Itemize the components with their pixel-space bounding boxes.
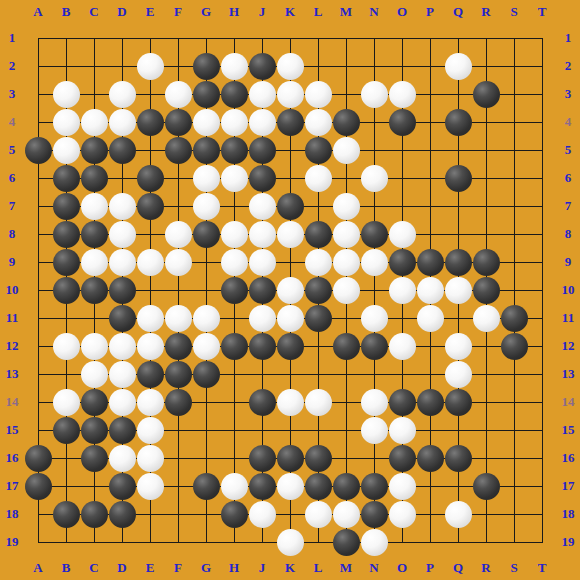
intersection-N1[interactable] xyxy=(360,24,388,52)
intersection-O11[interactable] xyxy=(388,304,416,332)
intersection-O9[interactable] xyxy=(388,248,416,276)
intersection-K15[interactable] xyxy=(276,416,304,444)
intersection-J2[interactable] xyxy=(248,52,276,80)
intersection-T16[interactable] xyxy=(528,444,556,472)
intersection-L3[interactable] xyxy=(304,80,332,108)
intersection-M11[interactable] xyxy=(332,304,360,332)
intersection-O17[interactable] xyxy=(388,472,416,500)
intersection-F4[interactable] xyxy=(164,108,192,136)
intersection-D17[interactable] xyxy=(108,472,136,500)
intersection-J9[interactable] xyxy=(248,248,276,276)
intersection-B13[interactable] xyxy=(52,360,80,388)
intersection-C9[interactable] xyxy=(80,248,108,276)
intersection-R2[interactable] xyxy=(472,52,500,80)
intersection-E7[interactable] xyxy=(136,192,164,220)
intersection-G16[interactable] xyxy=(192,444,220,472)
intersection-R5[interactable] xyxy=(472,136,500,164)
intersection-D3[interactable] xyxy=(108,80,136,108)
intersection-C2[interactable] xyxy=(80,52,108,80)
intersection-B17[interactable] xyxy=(52,472,80,500)
intersection-B7[interactable] xyxy=(52,192,80,220)
intersection-S6[interactable] xyxy=(500,164,528,192)
intersection-C17[interactable] xyxy=(80,472,108,500)
intersection-Q1[interactable] xyxy=(444,24,472,52)
intersection-E17[interactable] xyxy=(136,472,164,500)
intersection-P1[interactable] xyxy=(416,24,444,52)
intersection-N9[interactable] xyxy=(360,248,388,276)
intersection-T12[interactable] xyxy=(528,332,556,360)
intersection-T18[interactable] xyxy=(528,500,556,528)
intersection-H19[interactable] xyxy=(220,528,248,556)
intersection-E19[interactable] xyxy=(136,528,164,556)
intersection-N13[interactable] xyxy=(360,360,388,388)
intersection-S9[interactable] xyxy=(500,248,528,276)
intersection-K5[interactable] xyxy=(276,136,304,164)
intersection-A1[interactable] xyxy=(24,24,52,52)
intersection-D14[interactable] xyxy=(108,388,136,416)
intersection-J10[interactable] xyxy=(248,276,276,304)
intersection-H6[interactable] xyxy=(220,164,248,192)
intersection-L7[interactable] xyxy=(304,192,332,220)
intersection-L12[interactable] xyxy=(304,332,332,360)
intersection-N8[interactable] xyxy=(360,220,388,248)
intersection-G7[interactable] xyxy=(192,192,220,220)
intersection-L10[interactable] xyxy=(304,276,332,304)
intersection-K2[interactable] xyxy=(276,52,304,80)
intersection-N15[interactable] xyxy=(360,416,388,444)
intersection-K6[interactable] xyxy=(276,164,304,192)
intersection-P14[interactable] xyxy=(416,388,444,416)
intersection-M8[interactable] xyxy=(332,220,360,248)
intersection-G18[interactable] xyxy=(192,500,220,528)
intersection-E4[interactable] xyxy=(136,108,164,136)
intersection-K9[interactable] xyxy=(276,248,304,276)
intersection-A12[interactable] xyxy=(24,332,52,360)
intersection-S16[interactable] xyxy=(500,444,528,472)
intersection-K10[interactable] xyxy=(276,276,304,304)
intersection-B18[interactable] xyxy=(52,500,80,528)
intersection-H3[interactable] xyxy=(220,80,248,108)
intersection-L8[interactable] xyxy=(304,220,332,248)
intersection-P11[interactable] xyxy=(416,304,444,332)
intersection-T1[interactable] xyxy=(528,24,556,52)
intersection-O19[interactable] xyxy=(388,528,416,556)
intersection-A10[interactable] xyxy=(24,276,52,304)
intersection-F11[interactable] xyxy=(164,304,192,332)
intersection-J6[interactable] xyxy=(248,164,276,192)
intersection-R15[interactable] xyxy=(472,416,500,444)
intersection-H14[interactable] xyxy=(220,388,248,416)
intersection-P10[interactable] xyxy=(416,276,444,304)
intersection-F5[interactable] xyxy=(164,136,192,164)
intersection-D16[interactable] xyxy=(108,444,136,472)
intersection-P5[interactable] xyxy=(416,136,444,164)
intersection-R13[interactable] xyxy=(472,360,500,388)
intersection-P9[interactable] xyxy=(416,248,444,276)
intersection-O14[interactable] xyxy=(388,388,416,416)
intersection-G19[interactable] xyxy=(192,528,220,556)
intersection-S11[interactable] xyxy=(500,304,528,332)
intersection-K13[interactable] xyxy=(276,360,304,388)
intersection-R17[interactable] xyxy=(472,472,500,500)
intersection-D1[interactable] xyxy=(108,24,136,52)
intersection-H4[interactable] xyxy=(220,108,248,136)
intersection-L4[interactable] xyxy=(304,108,332,136)
intersection-A2[interactable] xyxy=(24,52,52,80)
intersection-G11[interactable] xyxy=(192,304,220,332)
intersection-O6[interactable] xyxy=(388,164,416,192)
intersection-P8[interactable] xyxy=(416,220,444,248)
intersection-B6[interactable] xyxy=(52,164,80,192)
intersection-T5[interactable] xyxy=(528,136,556,164)
intersection-C1[interactable] xyxy=(80,24,108,52)
intersection-D18[interactable] xyxy=(108,500,136,528)
intersection-J8[interactable] xyxy=(248,220,276,248)
intersection-A7[interactable] xyxy=(24,192,52,220)
intersection-O15[interactable] xyxy=(388,416,416,444)
intersection-Q9[interactable] xyxy=(444,248,472,276)
intersection-B1[interactable] xyxy=(52,24,80,52)
intersection-E2[interactable] xyxy=(136,52,164,80)
intersection-F18[interactable] xyxy=(164,500,192,528)
intersection-S3[interactable] xyxy=(500,80,528,108)
intersection-Q8[interactable] xyxy=(444,220,472,248)
intersection-B19[interactable] xyxy=(52,528,80,556)
intersection-D5[interactable] xyxy=(108,136,136,164)
intersection-B8[interactable] xyxy=(52,220,80,248)
intersection-H11[interactable] xyxy=(220,304,248,332)
intersection-Q10[interactable] xyxy=(444,276,472,304)
intersection-B16[interactable] xyxy=(52,444,80,472)
intersection-O4[interactable] xyxy=(388,108,416,136)
intersection-C12[interactable] xyxy=(80,332,108,360)
intersection-J13[interactable] xyxy=(248,360,276,388)
intersection-P19[interactable] xyxy=(416,528,444,556)
intersection-F1[interactable] xyxy=(164,24,192,52)
intersection-A13[interactable] xyxy=(24,360,52,388)
intersection-B4[interactable] xyxy=(52,108,80,136)
intersection-F17[interactable] xyxy=(164,472,192,500)
intersection-O1[interactable] xyxy=(388,24,416,52)
intersection-E12[interactable] xyxy=(136,332,164,360)
intersection-H18[interactable] xyxy=(220,500,248,528)
intersection-J14[interactable] xyxy=(248,388,276,416)
intersection-H12[interactable] xyxy=(220,332,248,360)
intersection-O3[interactable] xyxy=(388,80,416,108)
intersection-G2[interactable] xyxy=(192,52,220,80)
intersection-L19[interactable] xyxy=(304,528,332,556)
intersection-C18[interactable] xyxy=(80,500,108,528)
intersection-D6[interactable] xyxy=(108,164,136,192)
intersection-L18[interactable] xyxy=(304,500,332,528)
intersection-E11[interactable] xyxy=(136,304,164,332)
intersection-B9[interactable] xyxy=(52,248,80,276)
intersection-N12[interactable] xyxy=(360,332,388,360)
intersection-O5[interactable] xyxy=(388,136,416,164)
intersection-F15[interactable] xyxy=(164,416,192,444)
intersection-A5[interactable] xyxy=(24,136,52,164)
intersection-M1[interactable] xyxy=(332,24,360,52)
intersection-M10[interactable] xyxy=(332,276,360,304)
intersection-F2[interactable] xyxy=(164,52,192,80)
intersection-J1[interactable] xyxy=(248,24,276,52)
intersection-G9[interactable] xyxy=(192,248,220,276)
intersection-G12[interactable] xyxy=(192,332,220,360)
intersection-P7[interactable] xyxy=(416,192,444,220)
intersection-H9[interactable] xyxy=(220,248,248,276)
intersection-M18[interactable] xyxy=(332,500,360,528)
intersection-B12[interactable] xyxy=(52,332,80,360)
intersection-J15[interactable] xyxy=(248,416,276,444)
intersection-M2[interactable] xyxy=(332,52,360,80)
intersection-G4[interactable] xyxy=(192,108,220,136)
intersection-A14[interactable] xyxy=(24,388,52,416)
intersection-S8[interactable] xyxy=(500,220,528,248)
intersection-T11[interactable] xyxy=(528,304,556,332)
intersection-M3[interactable] xyxy=(332,80,360,108)
intersection-A6[interactable] xyxy=(24,164,52,192)
intersection-L15[interactable] xyxy=(304,416,332,444)
intersection-L16[interactable] xyxy=(304,444,332,472)
intersection-E13[interactable] xyxy=(136,360,164,388)
intersection-A16[interactable] xyxy=(24,444,52,472)
intersection-P18[interactable] xyxy=(416,500,444,528)
intersection-O12[interactable] xyxy=(388,332,416,360)
intersection-D11[interactable] xyxy=(108,304,136,332)
intersection-H15[interactable] xyxy=(220,416,248,444)
intersection-G10[interactable] xyxy=(192,276,220,304)
intersection-K19[interactable] xyxy=(276,528,304,556)
intersection-K8[interactable] xyxy=(276,220,304,248)
intersection-R7[interactable] xyxy=(472,192,500,220)
intersection-R6[interactable] xyxy=(472,164,500,192)
intersection-H13[interactable] xyxy=(220,360,248,388)
intersection-F12[interactable] xyxy=(164,332,192,360)
intersection-Q14[interactable] xyxy=(444,388,472,416)
intersection-Q3[interactable] xyxy=(444,80,472,108)
intersection-O13[interactable] xyxy=(388,360,416,388)
intersection-E9[interactable] xyxy=(136,248,164,276)
intersection-F6[interactable] xyxy=(164,164,192,192)
intersection-T14[interactable] xyxy=(528,388,556,416)
intersection-C19[interactable] xyxy=(80,528,108,556)
intersection-D12[interactable] xyxy=(108,332,136,360)
intersection-G1[interactable] xyxy=(192,24,220,52)
intersection-S13[interactable] xyxy=(500,360,528,388)
intersection-M15[interactable] xyxy=(332,416,360,444)
intersection-K16[interactable] xyxy=(276,444,304,472)
intersection-T8[interactable] xyxy=(528,220,556,248)
intersection-J5[interactable] xyxy=(248,136,276,164)
intersection-F8[interactable] xyxy=(164,220,192,248)
intersection-M6[interactable] xyxy=(332,164,360,192)
intersection-J18[interactable] xyxy=(248,500,276,528)
intersection-C15[interactable] xyxy=(80,416,108,444)
intersection-G6[interactable] xyxy=(192,164,220,192)
intersection-R12[interactable] xyxy=(472,332,500,360)
intersection-D10[interactable] xyxy=(108,276,136,304)
intersection-F3[interactable] xyxy=(164,80,192,108)
intersection-S12[interactable] xyxy=(500,332,528,360)
intersection-T13[interactable] xyxy=(528,360,556,388)
intersection-C5[interactable] xyxy=(80,136,108,164)
intersection-G5[interactable] xyxy=(192,136,220,164)
intersection-M9[interactable] xyxy=(332,248,360,276)
intersection-Q17[interactable] xyxy=(444,472,472,500)
intersection-O16[interactable] xyxy=(388,444,416,472)
intersection-B14[interactable] xyxy=(52,388,80,416)
intersection-O7[interactable] xyxy=(388,192,416,220)
intersection-G17[interactable] xyxy=(192,472,220,500)
intersection-P6[interactable] xyxy=(416,164,444,192)
intersection-K12[interactable] xyxy=(276,332,304,360)
intersection-E8[interactable] xyxy=(136,220,164,248)
intersection-S7[interactable] xyxy=(500,192,528,220)
intersection-R4[interactable] xyxy=(472,108,500,136)
intersection-S15[interactable] xyxy=(500,416,528,444)
intersection-E16[interactable] xyxy=(136,444,164,472)
intersection-S19[interactable] xyxy=(500,528,528,556)
intersection-Q6[interactable] xyxy=(444,164,472,192)
intersection-K3[interactable] xyxy=(276,80,304,108)
intersection-J19[interactable] xyxy=(248,528,276,556)
intersection-C4[interactable] xyxy=(80,108,108,136)
intersection-K18[interactable] xyxy=(276,500,304,528)
intersection-M19[interactable] xyxy=(332,528,360,556)
intersection-B2[interactable] xyxy=(52,52,80,80)
intersection-P2[interactable] xyxy=(416,52,444,80)
intersection-Q15[interactable] xyxy=(444,416,472,444)
intersection-J4[interactable] xyxy=(248,108,276,136)
intersection-F10[interactable] xyxy=(164,276,192,304)
intersection-T19[interactable] xyxy=(528,528,556,556)
intersection-Q13[interactable] xyxy=(444,360,472,388)
intersection-K1[interactable] xyxy=(276,24,304,52)
intersection-C16[interactable] xyxy=(80,444,108,472)
intersection-R18[interactable] xyxy=(472,500,500,528)
intersection-F16[interactable] xyxy=(164,444,192,472)
intersection-P13[interactable] xyxy=(416,360,444,388)
intersection-D4[interactable] xyxy=(108,108,136,136)
intersection-E14[interactable] xyxy=(136,388,164,416)
intersection-M13[interactable] xyxy=(332,360,360,388)
intersection-P3[interactable] xyxy=(416,80,444,108)
intersection-N3[interactable] xyxy=(360,80,388,108)
intersection-J11[interactable] xyxy=(248,304,276,332)
intersection-S10[interactable] xyxy=(500,276,528,304)
intersection-D15[interactable] xyxy=(108,416,136,444)
intersection-B15[interactable] xyxy=(52,416,80,444)
intersection-N5[interactable] xyxy=(360,136,388,164)
intersection-C13[interactable] xyxy=(80,360,108,388)
intersection-L17[interactable] xyxy=(304,472,332,500)
intersection-R10[interactable] xyxy=(472,276,500,304)
intersection-F19[interactable] xyxy=(164,528,192,556)
intersection-D2[interactable] xyxy=(108,52,136,80)
intersection-N7[interactable] xyxy=(360,192,388,220)
intersection-Q19[interactable] xyxy=(444,528,472,556)
intersection-T6[interactable] xyxy=(528,164,556,192)
intersection-N16[interactable] xyxy=(360,444,388,472)
intersection-S2[interactable] xyxy=(500,52,528,80)
intersection-R9[interactable] xyxy=(472,248,500,276)
intersection-L1[interactable] xyxy=(304,24,332,52)
intersection-N19[interactable] xyxy=(360,528,388,556)
intersection-L9[interactable] xyxy=(304,248,332,276)
intersection-C7[interactable] xyxy=(80,192,108,220)
intersection-O2[interactable] xyxy=(388,52,416,80)
intersection-E15[interactable] xyxy=(136,416,164,444)
intersection-A18[interactable] xyxy=(24,500,52,528)
intersection-H16[interactable] xyxy=(220,444,248,472)
intersection-M12[interactable] xyxy=(332,332,360,360)
intersection-Q2[interactable] xyxy=(444,52,472,80)
intersection-H10[interactable] xyxy=(220,276,248,304)
intersection-R3[interactable] xyxy=(472,80,500,108)
intersection-H17[interactable] xyxy=(220,472,248,500)
intersection-E3[interactable] xyxy=(136,80,164,108)
intersection-Q18[interactable] xyxy=(444,500,472,528)
intersection-C3[interactable] xyxy=(80,80,108,108)
intersection-N18[interactable] xyxy=(360,500,388,528)
intersection-C10[interactable] xyxy=(80,276,108,304)
intersection-A9[interactable] xyxy=(24,248,52,276)
intersection-O8[interactable] xyxy=(388,220,416,248)
intersection-P17[interactable] xyxy=(416,472,444,500)
intersection-B10[interactable] xyxy=(52,276,80,304)
intersection-D19[interactable] xyxy=(108,528,136,556)
intersection-G14[interactable] xyxy=(192,388,220,416)
intersection-Q5[interactable] xyxy=(444,136,472,164)
intersection-R11[interactable] xyxy=(472,304,500,332)
intersection-T9[interactable] xyxy=(528,248,556,276)
intersection-E1[interactable] xyxy=(136,24,164,52)
intersection-B5[interactable] xyxy=(52,136,80,164)
intersection-T7[interactable] xyxy=(528,192,556,220)
intersection-B11[interactable] xyxy=(52,304,80,332)
intersection-M5[interactable] xyxy=(332,136,360,164)
intersection-S14[interactable] xyxy=(500,388,528,416)
intersection-O10[interactable] xyxy=(388,276,416,304)
intersection-E18[interactable] xyxy=(136,500,164,528)
intersection-N11[interactable] xyxy=(360,304,388,332)
intersection-T10[interactable] xyxy=(528,276,556,304)
intersection-E5[interactable] xyxy=(136,136,164,164)
intersection-D7[interactable] xyxy=(108,192,136,220)
intersection-K11[interactable] xyxy=(276,304,304,332)
intersection-L13[interactable] xyxy=(304,360,332,388)
intersection-N2[interactable] xyxy=(360,52,388,80)
intersection-T3[interactable] xyxy=(528,80,556,108)
intersection-N17[interactable] xyxy=(360,472,388,500)
intersection-R19[interactable] xyxy=(472,528,500,556)
intersection-P4[interactable] xyxy=(416,108,444,136)
intersection-P15[interactable] xyxy=(416,416,444,444)
intersection-T17[interactable] xyxy=(528,472,556,500)
intersection-R1[interactable] xyxy=(472,24,500,52)
intersection-E6[interactable] xyxy=(136,164,164,192)
intersection-B3[interactable] xyxy=(52,80,80,108)
intersection-Q4[interactable] xyxy=(444,108,472,136)
intersection-F9[interactable] xyxy=(164,248,192,276)
intersection-M16[interactable] xyxy=(332,444,360,472)
intersection-N6[interactable] xyxy=(360,164,388,192)
intersection-L11[interactable] xyxy=(304,304,332,332)
intersection-S17[interactable] xyxy=(500,472,528,500)
intersection-N10[interactable] xyxy=(360,276,388,304)
intersection-P16[interactable] xyxy=(416,444,444,472)
intersection-S5[interactable] xyxy=(500,136,528,164)
